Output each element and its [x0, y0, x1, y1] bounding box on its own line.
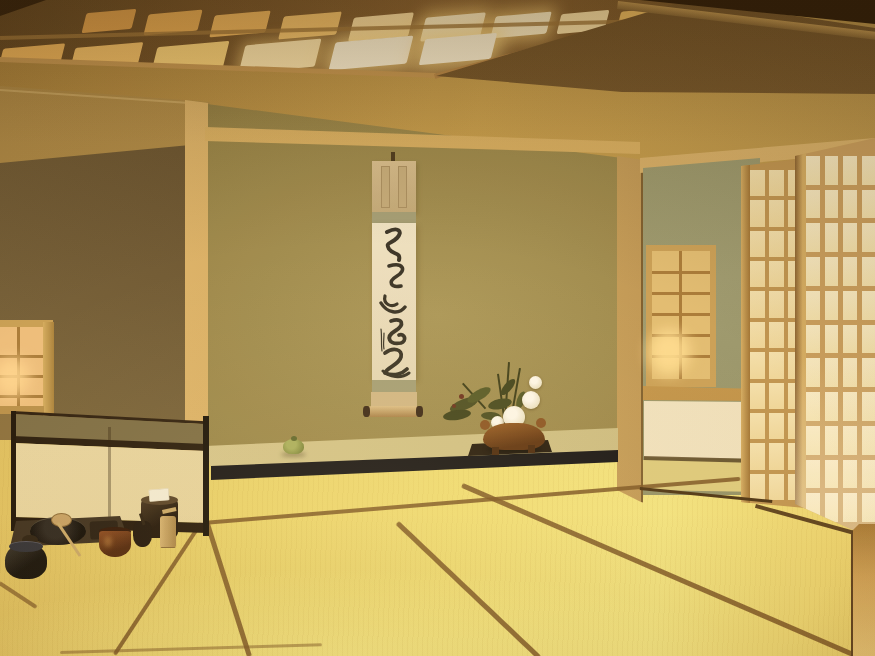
window-lamp-glow [0, 357, 30, 397]
shoji-stile [741, 150, 750, 512]
folded-white-paper [149, 488, 170, 502]
window-muntin [652, 271, 710, 274]
scroll-paper [372, 223, 416, 380]
partition-post [11, 411, 16, 531]
scroll-brocade-band [372, 212, 416, 223]
scroll-bottom-mount [371, 392, 417, 407]
water-jar-lid [9, 541, 43, 552]
scroll-brocade-band [372, 380, 416, 392]
bamboo-stand [160, 516, 176, 548]
ikebana-bud [459, 394, 464, 399]
scroll-roller-knob [416, 406, 423, 417]
vase-foot [528, 445, 535, 453]
scroll-top-mount [372, 161, 416, 213]
shoji-screen-front [795, 138, 875, 540]
tea-room-photo [0, 0, 875, 656]
post-edge-line [641, 160, 643, 502]
ikebana-bud [452, 404, 456, 408]
skylight-panel [82, 9, 137, 33]
hanging-scroll [366, 160, 420, 418]
back-room-window [646, 245, 716, 387]
incense-burner-knob [291, 436, 297, 441]
window-muntin [652, 313, 710, 316]
ikebana-boat-vase [483, 423, 545, 450]
zen-calligraphy [372, 223, 416, 380]
partition-post [203, 416, 209, 536]
scroll-futai-ribbon [381, 166, 390, 208]
skylight-panel [278, 11, 342, 39]
scroll-roller-knob [363, 406, 370, 417]
left-window-paper [0, 327, 43, 407]
tea-bowl-highlight [104, 536, 112, 547]
shoji-glow-overlay [795, 138, 875, 540]
scroll-roller [366, 406, 420, 417]
white-chrysanthemum [529, 376, 542, 389]
white-chrysanthemum [522, 391, 540, 409]
window-muntin [652, 292, 710, 295]
partition-mid-stile [108, 427, 111, 521]
vase-end [480, 420, 490, 430]
incense-burner [283, 439, 304, 454]
vase-foot [492, 447, 499, 455]
foreground-frame-post [851, 524, 875, 656]
window-lamp-glow [648, 329, 690, 375]
scroll-futai-ribbon [398, 166, 407, 208]
back-window-paper [652, 251, 710, 379]
skylight-panel [329, 36, 414, 71]
vase-end [536, 418, 546, 428]
